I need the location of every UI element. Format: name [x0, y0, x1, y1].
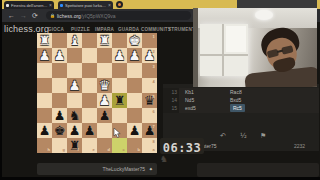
white-bishop-f1[interactable]: ♝	[67, 33, 82, 48]
white-pawn-g2[interactable]: ♟	[52, 48, 67, 63]
square[interactable]	[97, 63, 112, 78]
file-label: b	[138, 148, 140, 152]
square[interactable]	[37, 63, 52, 78]
board-player-name: TheLuckyMaster75	[102, 166, 145, 172]
board-player-bar[interactable]: TheLuckyMaster75 ✦	[37, 163, 157, 175]
webcam-overlay[interactable]	[193, 8, 317, 87]
file-label: d	[108, 148, 110, 152]
cam-person-head	[256, 24, 306, 78]
white-move[interactable]: Nd5	[185, 96, 194, 104]
white-king-b1[interactable]: ♚	[127, 33, 142, 48]
file-label: e	[93, 148, 95, 152]
white-queen-d4[interactable]: ♛	[97, 78, 112, 93]
white-move[interactable]: exd5	[185, 104, 196, 113]
move-number: 14	[163, 96, 179, 104]
square[interactable]	[82, 33, 97, 48]
rank-label: 4	[153, 80, 155, 84]
nav-community[interactable]: COMMUNITY	[141, 27, 171, 32]
square[interactable]	[37, 108, 52, 123]
white-move[interactable]: Kb1	[185, 88, 194, 96]
black-pawn-b7[interactable]: ♟	[127, 123, 142, 138]
chat-panel[interactable]	[197, 163, 319, 177]
tab2-zoom-favicon	[60, 4, 63, 7]
black-pawn-d6[interactable]: ♟	[97, 108, 112, 123]
square[interactable]	[37, 93, 52, 108]
browser-tab-2-zoom[interactable]: Spettatore puoi lurkare - Zoom ×	[58, 1, 113, 9]
player-rating: 2232	[294, 143, 305, 150]
file-label: g	[63, 148, 65, 152]
address-bar[interactable]: 🔒 lichess.org /yIQ5pWXQ9va	[46, 11, 191, 20]
square[interactable]	[82, 78, 97, 93]
rank-label: 3	[153, 65, 155, 69]
player-clock: 06:33	[160, 138, 204, 154]
tab2-title: Spettatore puoi lurkare - Zoom	[65, 3, 107, 8]
cam-window	[200, 24, 248, 76]
player-flair-icon: ✦	[149, 166, 153, 172]
clock-time: 06:33	[163, 141, 202, 155]
file-label: a	[153, 148, 155, 152]
back-button[interactable]: ←	[8, 10, 15, 21]
tab3-favicon	[118, 3, 121, 6]
rank-label: 6	[153, 110, 155, 114]
square[interactable]	[82, 48, 97, 63]
square[interactable]	[52, 78, 67, 93]
black-pawn-h7[interactable]: ♟	[37, 123, 52, 138]
square[interactable]	[127, 78, 142, 93]
file-label: h	[48, 148, 50, 152]
url-path: /yIQ5pWXQ9va	[81, 13, 116, 19]
square[interactable]	[82, 63, 97, 78]
white-pawn-b2[interactable]: ♟	[127, 48, 142, 63]
white-rook-d1[interactable]: ♜	[97, 33, 112, 48]
nav-watch[interactable]: GUARDA	[118, 27, 139, 32]
tab2-close-icon[interactable]: ×	[108, 3, 111, 7]
white-pawn-c2[interactable]: ♟	[112, 48, 127, 63]
nav-learn[interactable]: IMPARA	[95, 27, 114, 32]
forward-button[interactable]: →	[20, 10, 27, 21]
move-row-14: 14 Nd5 Bxd5	[163, 96, 319, 104]
takeback-icon[interactable]: ↶	[220, 132, 226, 141]
rank-label: 5	[153, 95, 155, 99]
move-row-13: 13 Kb1 Rac8	[163, 88, 319, 96]
resign-flag-icon[interactable]: ⚑	[260, 132, 266, 141]
screen: Finestra dell'arsenale - Di… × Spettator…	[0, 0, 320, 180]
square[interactable]	[67, 48, 82, 63]
nav-puzzle[interactable]: PUZZLE	[71, 27, 90, 32]
black-pawn-f7[interactable]: ♟	[67, 123, 82, 138]
black-pawn-g6[interactable]: ♟	[52, 108, 67, 123]
chess-board[interactable]: ♜♝♜♚♟♟♟♟♟♟♛♟♜♛♟♞♟♟♚♟♟♟♟♜hgfedcba12345678	[37, 33, 157, 153]
file-label: c	[123, 148, 125, 152]
square[interactable]	[67, 63, 82, 78]
black-move-active[interactable]: Rc5	[230, 104, 245, 112]
square[interactable]	[112, 33, 127, 48]
file-label: f	[78, 148, 79, 152]
rank-label: 2	[153, 50, 155, 54]
tab1-close-icon[interactable]: ×	[49, 3, 52, 7]
draw-offer-icon[interactable]: ½	[240, 132, 247, 141]
reload-button[interactable]: ⟳	[32, 10, 38, 21]
cam-wall-edge	[193, 8, 198, 87]
square[interactable]	[82, 93, 97, 108]
square[interactable]	[52, 63, 67, 78]
tab1-favicon	[6, 4, 9, 7]
white-pawn-f4[interactable]: ♟	[67, 78, 82, 93]
rank-label: 8	[153, 140, 155, 144]
square[interactable]	[127, 108, 142, 123]
square[interactable]	[97, 123, 112, 138]
rank-label: 1	[153, 35, 155, 39]
black-rook-f8[interactable]: ♜	[67, 138, 82, 153]
square[interactable]	[112, 78, 127, 93]
square[interactable]	[52, 93, 67, 108]
knight-icon: ♞	[160, 155, 168, 164]
lock-icon: 🔒	[50, 13, 55, 18]
url-host: lichess.org	[57, 13, 81, 19]
cam-ceiling-lamp	[255, 10, 273, 20]
white-rook-h1[interactable]: ♜	[37, 33, 52, 48]
black-king-g7[interactable]: ♚	[52, 123, 67, 138]
square[interactable]	[67, 93, 82, 108]
move-row-15: 15 exd5 Rc5	[163, 104, 319, 113]
move-number: 13	[163, 88, 179, 96]
black-move[interactable]: Bxd5	[230, 96, 241, 104]
browser-tab-3-pinned[interactable]	[116, 1, 123, 8]
square[interactable]	[52, 33, 67, 48]
square[interactable]	[37, 78, 52, 93]
square[interactable]	[127, 93, 142, 108]
black-pawn-e7[interactable]: ♟	[82, 123, 97, 138]
square[interactable]	[112, 108, 127, 123]
white-pawn-h2[interactable]: ♟	[37, 48, 52, 63]
nav-play[interactable]: GIOCA	[48, 27, 64, 32]
square[interactable]	[97, 48, 112, 63]
move-list-panel: 13 Kb1 Rac8 14 Nd5 Bxd5 15 exd5 Rc5	[163, 84, 319, 131]
black-knight-f6[interactable]: ♞	[67, 108, 82, 123]
mouse-cursor-icon	[113, 128, 122, 139]
black-rook-c5[interactable]: ♜	[112, 93, 127, 108]
square[interactable]	[127, 63, 142, 78]
browser-tab-1[interactable]: Finestra dell'arsenale - Di… ×	[4, 1, 54, 9]
square[interactable]	[82, 108, 97, 123]
move-number: 15	[163, 104, 179, 113]
square[interactable]	[112, 63, 127, 78]
white-pawn-d5[interactable]: ♟	[97, 93, 112, 108]
black-move[interactable]: Rac8	[230, 88, 242, 96]
rank-label: 7	[153, 125, 155, 129]
tab1-title: Finestra dell'arsenale - Di…	[11, 3, 48, 8]
